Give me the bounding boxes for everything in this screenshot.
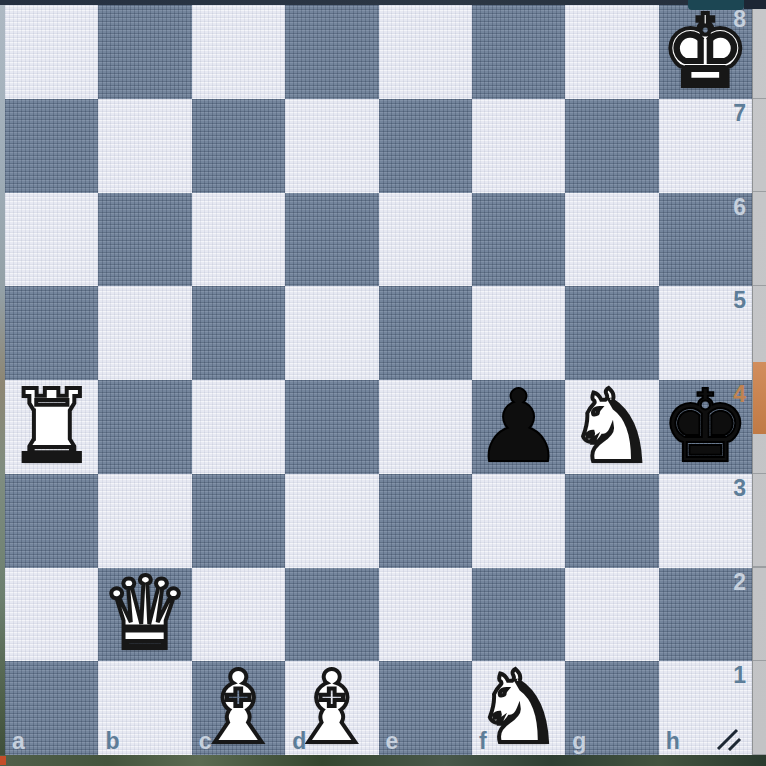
rank-label-1: 1	[733, 662, 746, 689]
rank-label-2: 2	[733, 569, 746, 596]
square-f1[interactable]: f♞	[472, 661, 565, 755]
square-d4[interactable]	[285, 380, 378, 474]
square-h2[interactable]: 2	[659, 568, 752, 662]
file-label-h: h	[666, 728, 680, 755]
square-e1[interactable]: e	[379, 661, 472, 755]
square-g7[interactable]	[565, 99, 658, 193]
rank-label-4: 4	[733, 381, 746, 408]
square-a4[interactable]: ♜	[5, 380, 98, 474]
top-window-strip	[0, 0, 766, 5]
square-f8[interactable]	[472, 5, 565, 99]
square-e5[interactable]	[379, 286, 472, 380]
square-e2[interactable]	[379, 568, 472, 662]
piece-black-pawn-f4[interactable]: ♟	[472, 380, 565, 474]
square-f2[interactable]	[472, 568, 565, 662]
rank-label-8: 8	[733, 6, 746, 33]
square-a6[interactable]	[5, 193, 98, 287]
file-label-f: f	[479, 728, 487, 755]
square-f7[interactable]	[472, 99, 565, 193]
square-f6[interactable]	[472, 193, 565, 287]
square-a7[interactable]	[5, 99, 98, 193]
square-d6[interactable]	[285, 193, 378, 287]
square-g4[interactable]: ♞	[565, 380, 658, 474]
square-b3[interactable]	[98, 474, 191, 568]
square-c8[interactable]	[192, 5, 285, 99]
square-g3[interactable]	[565, 474, 658, 568]
file-label-a: a	[12, 728, 25, 755]
file-label-g: g	[572, 728, 586, 755]
square-h5[interactable]: 5	[659, 286, 752, 380]
bottom-wallpaper-strip	[0, 755, 766, 766]
square-b5[interactable]	[98, 286, 191, 380]
square-g5[interactable]	[565, 286, 658, 380]
square-g8[interactable]	[565, 5, 658, 99]
square-g6[interactable]	[565, 193, 658, 287]
square-h4[interactable]: 4♚	[659, 380, 752, 474]
square-c3[interactable]	[192, 474, 285, 568]
square-f4[interactable]: ♟	[472, 380, 565, 474]
square-c7[interactable]	[192, 99, 285, 193]
square-e7[interactable]	[379, 99, 472, 193]
square-d5[interactable]	[285, 286, 378, 380]
square-c5[interactable]	[192, 286, 285, 380]
square-a5[interactable]	[5, 286, 98, 380]
square-d2[interactable]	[285, 568, 378, 662]
square-h3[interactable]: 3	[659, 474, 752, 568]
square-f5[interactable]	[472, 286, 565, 380]
file-label-c: c	[199, 728, 212, 755]
square-h6[interactable]: 6	[659, 193, 752, 287]
square-c4[interactable]	[192, 380, 285, 474]
rank-label-5: 5	[733, 287, 746, 314]
square-d8[interactable]	[285, 5, 378, 99]
resize-handle-icon[interactable]	[716, 727, 742, 751]
square-a3[interactable]	[5, 474, 98, 568]
rank-label-6: 6	[733, 194, 746, 221]
file-label-d: d	[292, 728, 306, 755]
right-edge-strip	[752, 5, 766, 755]
resize-diagonal-lines	[716, 727, 742, 751]
square-d3[interactable]	[285, 474, 378, 568]
square-g2[interactable]	[565, 568, 658, 662]
chess-board: 8♚765♜♟♞4♚3♛2abc♝d♝ef♞g1h	[5, 5, 752, 755]
square-a2[interactable]	[5, 568, 98, 662]
square-b6[interactable]	[98, 193, 191, 287]
square-e4[interactable]	[379, 380, 472, 474]
square-d1[interactable]: d♝	[285, 661, 378, 755]
square-c1[interactable]: c♝	[192, 661, 285, 755]
square-e6[interactable]	[379, 193, 472, 287]
square-c2[interactable]	[192, 568, 285, 662]
square-a1[interactable]: a	[5, 661, 98, 755]
piece-white-knight-g4[interactable]: ♞	[565, 380, 658, 474]
square-a8[interactable]	[5, 5, 98, 99]
square-b8[interactable]	[98, 5, 191, 99]
piece-white-queen-b2[interactable]: ♛	[98, 568, 191, 662]
rank-label-3: 3	[733, 475, 746, 502]
square-b4[interactable]	[98, 380, 191, 474]
square-e8[interactable]	[379, 5, 472, 99]
rank-label-7: 7	[733, 100, 746, 127]
square-f3[interactable]	[472, 474, 565, 568]
window-tab	[688, 0, 744, 10]
file-label-e: e	[386, 728, 399, 755]
file-label-b: b	[105, 728, 119, 755]
square-b2[interactable]: ♛	[98, 568, 191, 662]
square-e3[interactable]	[379, 474, 472, 568]
square-c6[interactable]	[192, 193, 285, 287]
square-h8[interactable]: 8♚	[659, 5, 752, 99]
wallpaper-orange-mark	[0, 756, 6, 765]
right-strip-orange-patch	[753, 362, 766, 434]
square-h7[interactable]: 7	[659, 99, 752, 193]
square-b1[interactable]: b	[98, 661, 191, 755]
piece-white-rook-a4[interactable]: ♜	[5, 380, 98, 474]
square-g1[interactable]: g	[565, 661, 658, 755]
square-b7[interactable]	[98, 99, 191, 193]
top-right-corner-block	[744, 0, 766, 9]
square-d7[interactable]	[285, 99, 378, 193]
